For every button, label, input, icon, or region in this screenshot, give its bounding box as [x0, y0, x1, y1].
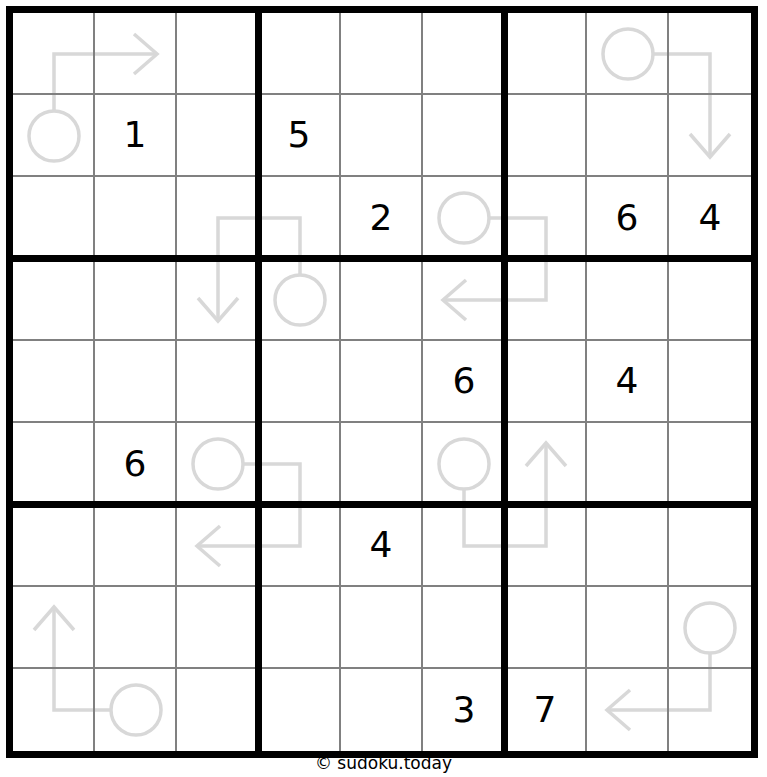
cell-r3c2[interactable]	[95, 177, 177, 259]
cell-r6c9[interactable]	[669, 423, 751, 505]
cell-r6c2[interactable]: 6	[95, 423, 177, 505]
block-divider-horizontal-2	[13, 501, 751, 508]
cell-r8c9[interactable]	[669, 587, 751, 669]
cell-grid: 15264646437	[13, 13, 751, 751]
cell-r2c4[interactable]: 5	[259, 95, 341, 177]
cell-r6c8[interactable]	[587, 423, 669, 505]
cell-r3c7[interactable]	[505, 177, 587, 259]
cell-r5c8[interactable]: 4	[587, 341, 669, 423]
cell-r1c7[interactable]	[505, 13, 587, 95]
block-divider-vertical-1	[255, 13, 262, 751]
cell-r7c9[interactable]	[669, 505, 751, 587]
cell-r1c2[interactable]	[95, 13, 177, 95]
cell-r4c5[interactable]	[341, 259, 423, 341]
cell-r9c2[interactable]	[95, 669, 177, 751]
cell-r4c8[interactable]	[587, 259, 669, 341]
cell-r4c3[interactable]	[177, 259, 259, 341]
cell-r2c6[interactable]	[423, 95, 505, 177]
cell-r5c6[interactable]: 6	[423, 341, 505, 423]
cell-r6c6[interactable]	[423, 423, 505, 505]
cell-r5c9[interactable]	[669, 341, 751, 423]
cell-r9c9[interactable]	[669, 669, 751, 751]
cell-r9c6[interactable]: 3	[423, 669, 505, 751]
cell-r8c5[interactable]	[341, 587, 423, 669]
block-divider-horizontal-1	[13, 255, 751, 262]
cell-r4c4[interactable]	[259, 259, 341, 341]
cell-r2c7[interactable]	[505, 95, 587, 177]
cell-r8c1[interactable]	[13, 587, 95, 669]
cell-r1c6[interactable]	[423, 13, 505, 95]
cell-r5c3[interactable]	[177, 341, 259, 423]
cell-r9c5[interactable]	[341, 669, 423, 751]
cell-r6c7[interactable]	[505, 423, 587, 505]
cell-r2c3[interactable]	[177, 95, 259, 177]
cell-r9c1[interactable]	[13, 669, 95, 751]
cell-r5c7[interactable]	[505, 341, 587, 423]
cell-r9c7[interactable]: 7	[505, 669, 587, 751]
block-divider-vertical-2	[501, 13, 508, 751]
cell-r8c4[interactable]	[259, 587, 341, 669]
cell-r1c8[interactable]	[587, 13, 669, 95]
cell-r7c8[interactable]	[587, 505, 669, 587]
cell-r8c3[interactable]	[177, 587, 259, 669]
cell-r6c4[interactable]	[259, 423, 341, 505]
copyright-footer: © sudoku.today	[0, 753, 767, 773]
cell-r6c5[interactable]	[341, 423, 423, 505]
cell-r7c3[interactable]	[177, 505, 259, 587]
cell-r9c4[interactable]	[259, 669, 341, 751]
cell-r5c1[interactable]	[13, 341, 95, 423]
cell-r5c5[interactable]	[341, 341, 423, 423]
cell-r3c1[interactable]	[13, 177, 95, 259]
sudoku-board: 15264646437	[6, 6, 758, 758]
cell-r4c9[interactable]	[669, 259, 751, 341]
cell-r8c2[interactable]	[95, 587, 177, 669]
cell-r7c6[interactable]	[423, 505, 505, 587]
cell-r7c5[interactable]: 4	[341, 505, 423, 587]
cell-r2c1[interactable]	[13, 95, 95, 177]
cell-r1c3[interactable]	[177, 13, 259, 95]
cell-r4c7[interactable]	[505, 259, 587, 341]
cell-r1c9[interactable]	[669, 13, 751, 95]
cell-r1c5[interactable]	[341, 13, 423, 95]
cell-r6c3[interactable]	[177, 423, 259, 505]
cell-r4c6[interactable]	[423, 259, 505, 341]
cell-r3c9[interactable]: 4	[669, 177, 751, 259]
cell-r2c2[interactable]: 1	[95, 95, 177, 177]
cell-r1c1[interactable]	[13, 13, 95, 95]
cell-r8c6[interactable]	[423, 587, 505, 669]
cell-r4c2[interactable]	[95, 259, 177, 341]
cell-r5c2[interactable]	[95, 341, 177, 423]
cell-r7c7[interactable]	[505, 505, 587, 587]
cell-r7c4[interactable]	[259, 505, 341, 587]
cell-r6c1[interactable]	[13, 423, 95, 505]
cell-r5c4[interactable]	[259, 341, 341, 423]
cell-r8c7[interactable]	[505, 587, 587, 669]
cell-r2c8[interactable]	[587, 95, 669, 177]
cell-r3c4[interactable]	[259, 177, 341, 259]
cell-r3c6[interactable]	[423, 177, 505, 259]
cell-r3c3[interactable]	[177, 177, 259, 259]
cell-r8c8[interactable]	[587, 587, 669, 669]
cell-r3c5[interactable]: 2	[341, 177, 423, 259]
cell-r4c1[interactable]	[13, 259, 95, 341]
cell-r9c8[interactable]	[587, 669, 669, 751]
cell-r7c2[interactable]	[95, 505, 177, 587]
cell-r1c4[interactable]	[259, 13, 341, 95]
cell-r3c8[interactable]: 6	[587, 177, 669, 259]
cell-r2c5[interactable]	[341, 95, 423, 177]
cell-r2c9[interactable]	[669, 95, 751, 177]
cell-r7c1[interactable]	[13, 505, 95, 587]
cell-r9c3[interactable]	[177, 669, 259, 751]
